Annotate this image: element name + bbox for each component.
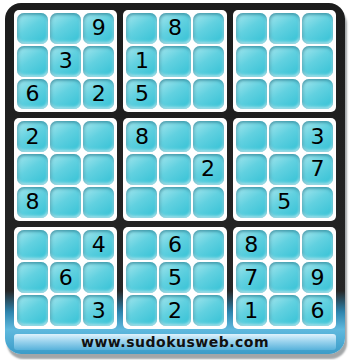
sudoku-cell-r4c5[interactable] bbox=[159, 121, 190, 152]
sudoku-cell-r4c9[interactable]: 3 bbox=[302, 121, 333, 152]
sudoku-cell-r2c5[interactable] bbox=[159, 46, 190, 77]
sudoku-cell-r2c7[interactable] bbox=[236, 46, 267, 77]
sudoku-cell-r4c4[interactable]: 8 bbox=[126, 121, 157, 152]
sudoku-cell-r9c9[interactable]: 6 bbox=[302, 295, 333, 326]
sudoku-box-2: 815 bbox=[123, 10, 226, 112]
sudoku-cell-r1c1[interactable] bbox=[17, 13, 48, 44]
sudoku-cell-r7c5[interactable]: 6 bbox=[159, 230, 190, 261]
sudoku-cell-r8c6[interactable] bbox=[193, 262, 224, 293]
sudoku-cell-r9c8[interactable] bbox=[269, 295, 300, 326]
sudoku-cell-r5c7[interactable] bbox=[236, 154, 267, 185]
sudoku-cell-r3c3[interactable]: 2 bbox=[83, 79, 114, 110]
sudoku-box-5: 82 bbox=[123, 118, 226, 220]
sudoku-box-7: 463 bbox=[14, 227, 117, 329]
sudoku-cell-r7c1[interactable] bbox=[17, 230, 48, 261]
sudoku-cell-r5c9[interactable]: 7 bbox=[302, 154, 333, 185]
sudoku-cell-r5c6[interactable]: 2 bbox=[193, 154, 224, 185]
sudoku-cell-r7c7[interactable]: 8 bbox=[236, 230, 267, 261]
sudoku-cell-r3c4[interactable]: 5 bbox=[126, 79, 157, 110]
page-root: 9362815288237546365287916 www.sudokusweb… bbox=[0, 0, 350, 360]
sudoku-cell-r8c3[interactable] bbox=[83, 262, 114, 293]
sudoku-cell-r6c2[interactable] bbox=[50, 187, 81, 218]
sudoku-cell-r3c6[interactable] bbox=[193, 79, 224, 110]
sudoku-cell-r6c5[interactable] bbox=[159, 187, 190, 218]
sudoku-cell-r8c7[interactable]: 7 bbox=[236, 262, 267, 293]
sudoku-cell-r9c3[interactable]: 3 bbox=[83, 295, 114, 326]
sudoku-cell-r6c7[interactable] bbox=[236, 187, 267, 218]
sudoku-cell-r6c4[interactable] bbox=[126, 187, 157, 218]
sudoku-cell-r2c6[interactable] bbox=[193, 46, 224, 77]
sudoku-cell-r2c1[interactable] bbox=[17, 46, 48, 77]
sudoku-cell-r3c7[interactable] bbox=[236, 79, 267, 110]
sudoku-cell-r4c6[interactable] bbox=[193, 121, 224, 152]
sudoku-cell-r1c2[interactable] bbox=[50, 13, 81, 44]
sudoku-cell-r5c8[interactable] bbox=[269, 154, 300, 185]
board-frame: 9362815288237546365287916 www.sudokusweb… bbox=[5, 3, 345, 354]
sudoku-cell-r8c2[interactable]: 6 bbox=[50, 262, 81, 293]
sudoku-cell-r5c3[interactable] bbox=[83, 154, 114, 185]
sudoku-cell-r4c7[interactable] bbox=[236, 121, 267, 152]
sudoku-cell-r6c3[interactable] bbox=[83, 187, 114, 218]
sudoku-cell-r8c9[interactable]: 9 bbox=[302, 262, 333, 293]
sudoku-cell-r7c4[interactable] bbox=[126, 230, 157, 261]
sudoku-cell-r2c4[interactable]: 1 bbox=[126, 46, 157, 77]
sudoku-cell-r6c6[interactable] bbox=[193, 187, 224, 218]
site-banner: www.sudokusweb.com bbox=[14, 334, 336, 350]
sudoku-box-3 bbox=[233, 10, 336, 112]
sudoku-cell-r2c8[interactable] bbox=[269, 46, 300, 77]
sudoku-box-8: 652 bbox=[123, 227, 226, 329]
sudoku-cell-r8c5[interactable]: 5 bbox=[159, 262, 190, 293]
sudoku-board: 9362815288237546365287916 bbox=[14, 10, 336, 329]
sudoku-cell-r9c5[interactable]: 2 bbox=[159, 295, 190, 326]
sudoku-cell-r1c3[interactable]: 9 bbox=[83, 13, 114, 44]
sudoku-cell-r7c9[interactable] bbox=[302, 230, 333, 261]
sudoku-cell-r5c5[interactable] bbox=[159, 154, 190, 185]
sudoku-cell-r5c2[interactable] bbox=[50, 154, 81, 185]
sudoku-cell-r3c9[interactable] bbox=[302, 79, 333, 110]
sudoku-cell-r1c5[interactable]: 8 bbox=[159, 13, 190, 44]
sudoku-cell-r5c4[interactable] bbox=[126, 154, 157, 185]
sudoku-cell-r9c7[interactable]: 1 bbox=[236, 295, 267, 326]
sudoku-cell-r7c8[interactable] bbox=[269, 230, 300, 261]
sudoku-cell-r9c2[interactable] bbox=[50, 295, 81, 326]
sudoku-cell-r7c2[interactable] bbox=[50, 230, 81, 261]
sudoku-cell-r6c1[interactable]: 8 bbox=[17, 187, 48, 218]
sudoku-cell-r1c9[interactable] bbox=[302, 13, 333, 44]
site-url[interactable]: www.sudokusweb.com bbox=[81, 334, 269, 350]
sudoku-cell-r4c8[interactable] bbox=[269, 121, 300, 152]
sudoku-cell-r8c1[interactable] bbox=[17, 262, 48, 293]
sudoku-cell-r8c8[interactable] bbox=[269, 262, 300, 293]
sudoku-cell-r1c7[interactable] bbox=[236, 13, 267, 44]
sudoku-cell-r4c3[interactable] bbox=[83, 121, 114, 152]
sudoku-cell-r9c4[interactable] bbox=[126, 295, 157, 326]
sudoku-cell-r3c2[interactable] bbox=[50, 79, 81, 110]
sudoku-box-6: 375 bbox=[233, 118, 336, 220]
sudoku-cell-r2c9[interactable] bbox=[302, 46, 333, 77]
sudoku-cell-r2c2[interactable]: 3 bbox=[50, 46, 81, 77]
sudoku-cell-r6c9[interactable] bbox=[302, 187, 333, 218]
sudoku-cell-r8c4[interactable] bbox=[126, 262, 157, 293]
sudoku-cell-r5c1[interactable] bbox=[17, 154, 48, 185]
sudoku-cell-r3c5[interactable] bbox=[159, 79, 190, 110]
sudoku-cell-r9c6[interactable] bbox=[193, 295, 224, 326]
sudoku-cell-r7c6[interactable] bbox=[193, 230, 224, 261]
sudoku-cell-r1c4[interactable] bbox=[126, 13, 157, 44]
sudoku-cell-r4c1[interactable]: 2 bbox=[17, 121, 48, 152]
sudoku-cell-r2c3[interactable] bbox=[83, 46, 114, 77]
sudoku-cell-r1c8[interactable] bbox=[269, 13, 300, 44]
sudoku-box-9: 87916 bbox=[233, 227, 336, 329]
sudoku-cell-r3c1[interactable]: 6 bbox=[17, 79, 48, 110]
sudoku-box-4: 28 bbox=[14, 118, 117, 220]
sudoku-cell-r7c3[interactable]: 4 bbox=[83, 230, 114, 261]
sudoku-box-1: 9362 bbox=[14, 10, 117, 112]
sudoku-cell-r9c1[interactable] bbox=[17, 295, 48, 326]
sudoku-cell-r1c6[interactable] bbox=[193, 13, 224, 44]
sudoku-cell-r3c8[interactable] bbox=[269, 79, 300, 110]
sudoku-cell-r4c2[interactable] bbox=[50, 121, 81, 152]
sudoku-cell-r6c8[interactable]: 5 bbox=[269, 187, 300, 218]
